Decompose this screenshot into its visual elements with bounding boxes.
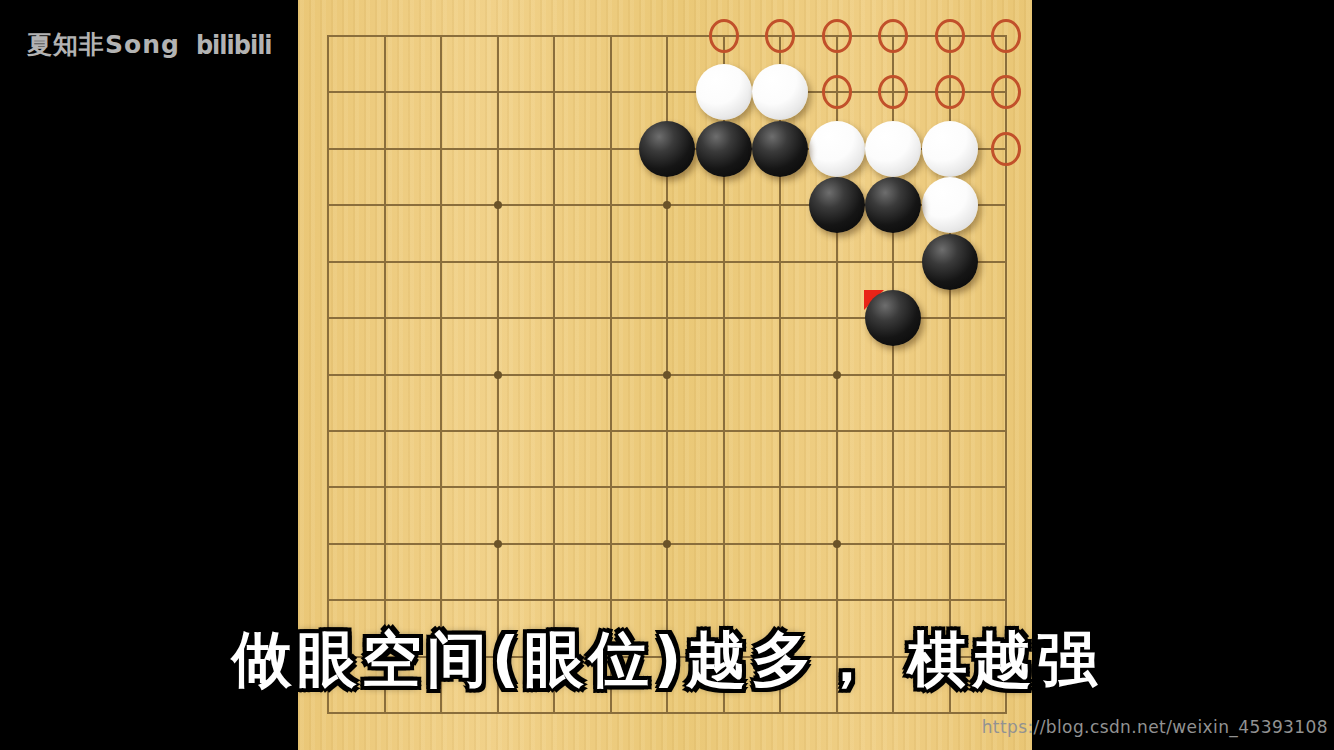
star-point	[494, 371, 502, 379]
black-stone	[752, 121, 808, 177]
white-stone	[922, 121, 978, 177]
eye-space-circle-mark	[991, 75, 1021, 109]
eye-space-circle-mark	[822, 19, 852, 53]
watermark-artist: 夏知非Song	[27, 28, 180, 61]
source-url: https://blog.csdn.net/weixin_45393108	[982, 717, 1328, 737]
star-point	[494, 540, 502, 548]
star-point	[833, 371, 841, 379]
black-stone	[809, 177, 865, 233]
grid-line	[327, 486, 1007, 488]
white-stone	[809, 121, 865, 177]
star-point	[663, 201, 671, 209]
white-stone	[865, 121, 921, 177]
eye-space-circle-mark	[765, 19, 795, 53]
eye-space-circle-mark	[878, 75, 908, 109]
white-stone	[922, 177, 978, 233]
black-stone	[639, 121, 695, 177]
eye-space-circle-mark	[822, 75, 852, 109]
white-stone	[752, 64, 808, 120]
subtitle-caption: 做眼空间(眼位)越多， 棋越强	[0, 623, 1334, 695]
star-point	[833, 540, 841, 548]
eye-space-circle-mark	[935, 75, 965, 109]
eye-space-circle-mark	[935, 19, 965, 53]
eye-space-circle-mark	[709, 19, 739, 53]
black-stone	[865, 177, 921, 233]
watermark: 夏知非Song bilibili	[27, 28, 272, 61]
grid-line	[327, 712, 1007, 714]
black-stone	[696, 121, 752, 177]
black-stone	[865, 290, 921, 346]
black-stone	[922, 234, 978, 290]
eye-space-circle-mark	[991, 132, 1021, 166]
bilibili-logo: bilibili	[196, 30, 272, 60]
star-point	[663, 371, 671, 379]
white-stone	[696, 64, 752, 120]
eye-space-circle-mark	[991, 19, 1021, 53]
grid-line	[327, 430, 1007, 432]
eye-space-circle-mark	[878, 19, 908, 53]
grid-line	[327, 599, 1007, 601]
video-frame[interactable]: 夏知非Song bilibili 做眼空间(眼位)越多， 棋越强 https:/…	[0, 0, 1334, 750]
star-point	[663, 540, 671, 548]
star-point	[494, 201, 502, 209]
